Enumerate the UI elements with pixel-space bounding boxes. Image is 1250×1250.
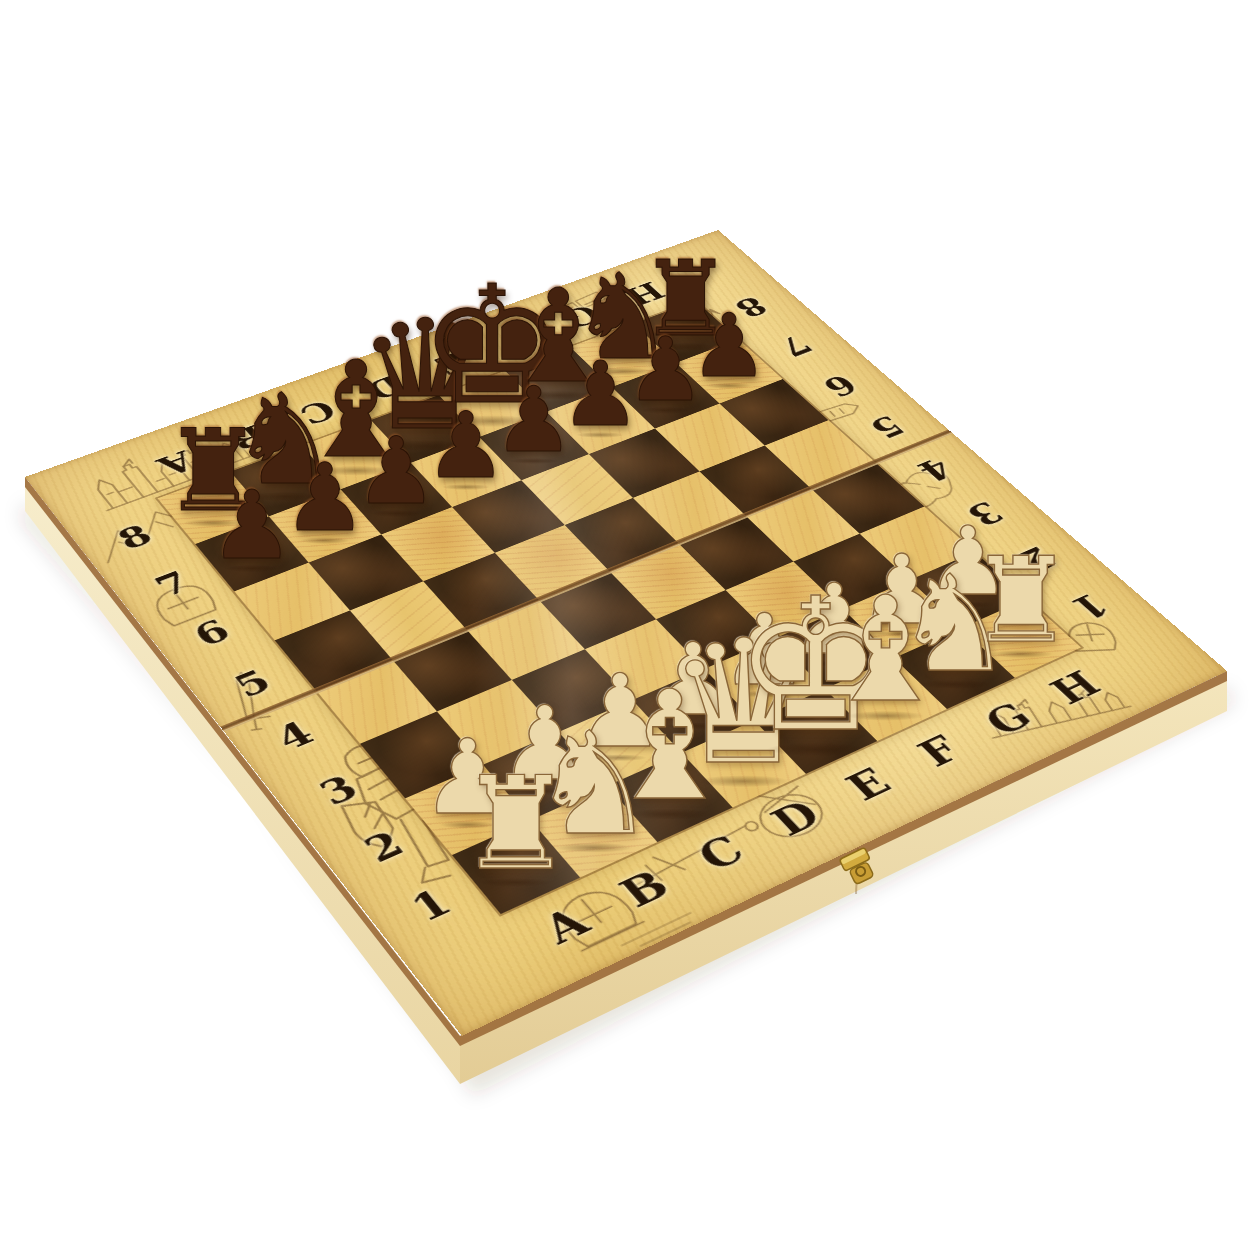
piece-black-pawn-a7[interactable]: ♟	[209, 478, 294, 573]
scene: AA88BB77CC66DD55EE44FF33GG22HH11 ♜♞♝♛♚♝♞…	[0, 0, 1250, 1250]
piece-white-rook-h1[interactable]: ♜	[968, 542, 1073, 659]
piece-black-pawn-h7[interactable]: ♟	[690, 303, 768, 390]
